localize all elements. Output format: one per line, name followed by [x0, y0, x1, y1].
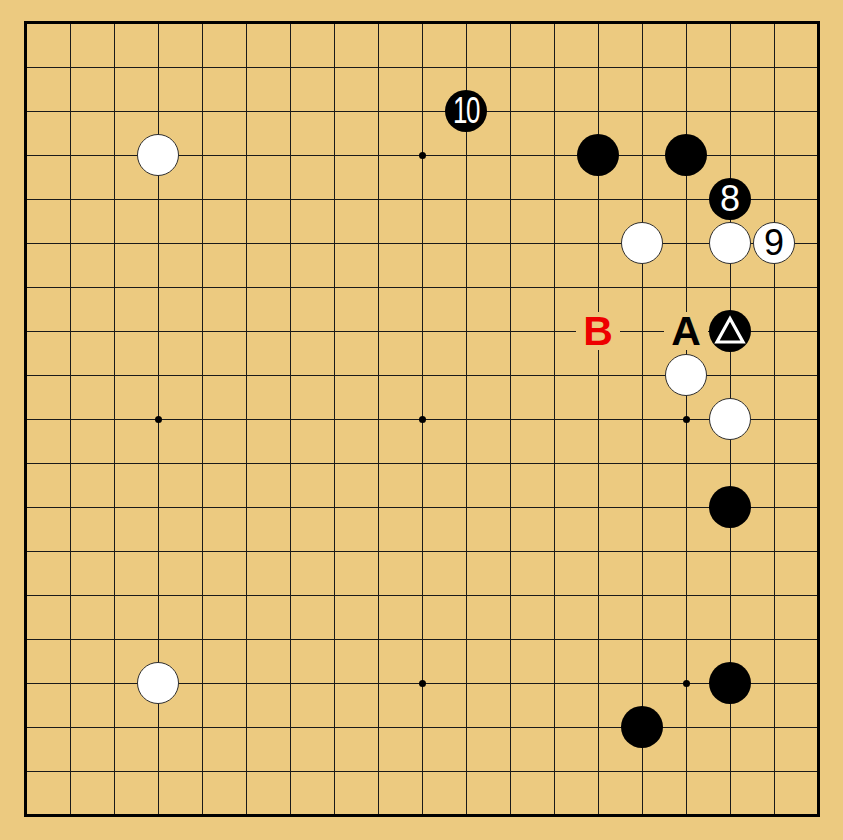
black-stone-O16	[577, 134, 619, 176]
black-stone-L17: 10	[445, 90, 487, 132]
black-stone-R8	[709, 486, 751, 528]
black-stone-P3	[621, 706, 663, 748]
move-number: 8	[720, 181, 740, 217]
white-stone-D4	[137, 662, 179, 704]
white-stone-S14: 9	[753, 222, 795, 264]
variation-label-text: A	[671, 311, 701, 352]
triangle-marker	[709, 310, 751, 352]
variation-label-A[interactable]: A	[664, 312, 708, 350]
black-stone-R4	[709, 662, 751, 704]
black-stone-R15: 8	[709, 178, 751, 220]
white-stone-D16	[137, 134, 179, 176]
black-stone-R12	[709, 310, 751, 352]
go-board: 1089AB	[4, 1, 840, 837]
white-stone-P14	[621, 222, 663, 264]
white-stone-R10	[709, 398, 751, 440]
go-board-diagram: 1089AB	[0, 0, 843, 840]
variation-label-text: B	[583, 311, 613, 352]
variation-label-B[interactable]: B	[576, 312, 620, 350]
white-stone-Q11	[665, 354, 707, 396]
black-stone-Q16	[665, 134, 707, 176]
move-number: 10	[453, 93, 479, 129]
white-stone-R14	[709, 222, 751, 264]
move-number: 9	[764, 225, 784, 261]
